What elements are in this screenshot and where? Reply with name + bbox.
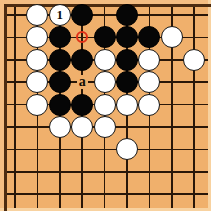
board-intersection bbox=[183, 71, 205, 93]
board-intersection bbox=[183, 93, 205, 115]
board-intersection bbox=[138, 116, 160, 138]
board-intersection: 1 bbox=[49, 4, 71, 26]
white-stone bbox=[138, 94, 160, 116]
board-intersection bbox=[138, 183, 160, 205]
board-intersection bbox=[183, 26, 205, 48]
board-intersection bbox=[93, 138, 115, 160]
white-stone bbox=[49, 116, 71, 138]
board-intersection bbox=[26, 71, 48, 93]
board-intersection bbox=[4, 161, 26, 183]
board-intersection bbox=[161, 161, 183, 183]
board-intersection bbox=[93, 93, 115, 115]
board-intersection bbox=[183, 49, 205, 71]
board-intersection bbox=[183, 4, 205, 26]
board-intersection bbox=[71, 138, 93, 160]
board-intersection bbox=[161, 4, 183, 26]
board-intersection bbox=[49, 93, 71, 115]
board-intersection bbox=[138, 93, 160, 115]
board-intersection bbox=[138, 4, 160, 26]
board-intersection bbox=[116, 71, 138, 93]
board-intersection bbox=[4, 138, 26, 160]
board-intersection bbox=[4, 71, 26, 93]
white-stone bbox=[71, 116, 93, 138]
board-intersection bbox=[71, 183, 93, 205]
point-label-a: a bbox=[77, 75, 88, 89]
board-intersection bbox=[4, 26, 26, 48]
white-stone bbox=[26, 94, 48, 116]
board-intersection bbox=[93, 116, 115, 138]
white-stone bbox=[94, 116, 116, 138]
board-intersection bbox=[138, 161, 160, 183]
board-intersection bbox=[138, 138, 160, 160]
board-intersection bbox=[26, 4, 48, 26]
board-intersection bbox=[138, 26, 160, 48]
board-intersection bbox=[116, 161, 138, 183]
board-intersection: a bbox=[71, 71, 93, 93]
board-intersection bbox=[26, 93, 48, 115]
black-stone bbox=[116, 4, 138, 26]
board-intersection bbox=[71, 161, 93, 183]
white-stone bbox=[26, 4, 48, 26]
white-stone bbox=[94, 94, 116, 116]
board-intersection bbox=[183, 116, 205, 138]
red-circle-marker-icon bbox=[76, 31, 88, 43]
board-intersection bbox=[93, 49, 115, 71]
go-diagram: 1a bbox=[0, 0, 211, 211]
board-intersection bbox=[161, 138, 183, 160]
white-stone bbox=[94, 71, 116, 93]
black-stone bbox=[71, 94, 93, 116]
board-intersection bbox=[49, 161, 71, 183]
board-intersection bbox=[116, 49, 138, 71]
board-intersection bbox=[49, 116, 71, 138]
board-intersection bbox=[4, 93, 26, 115]
board-intersection bbox=[49, 71, 71, 93]
black-stone bbox=[49, 26, 71, 48]
board-intersection bbox=[161, 49, 183, 71]
black-stone bbox=[71, 4, 93, 26]
white-stone bbox=[183, 49, 205, 71]
board-intersection bbox=[161, 93, 183, 115]
board-intersection bbox=[93, 161, 115, 183]
white-stone bbox=[26, 49, 48, 71]
crop-edge-right bbox=[208, 0, 211, 211]
board-intersection bbox=[71, 4, 93, 26]
board-intersection bbox=[93, 26, 115, 48]
board-intersection bbox=[71, 49, 93, 71]
white-stone bbox=[138, 49, 160, 71]
board-intersection bbox=[4, 49, 26, 71]
move-number-label: 1 bbox=[57, 8, 64, 21]
board-intersection bbox=[49, 26, 71, 48]
board-intersection bbox=[26, 183, 48, 205]
white-stone bbox=[138, 71, 160, 93]
board-intersection bbox=[71, 26, 93, 48]
board-intersection bbox=[4, 183, 26, 205]
black-stone bbox=[94, 26, 116, 48]
black-stone bbox=[49, 71, 71, 93]
board-intersection bbox=[161, 26, 183, 48]
board-intersection bbox=[183, 183, 205, 205]
black-stone bbox=[116, 71, 138, 93]
black-stone bbox=[71, 49, 93, 71]
board-intersection bbox=[26, 49, 48, 71]
board-intersection bbox=[138, 71, 160, 93]
white-stone bbox=[26, 71, 48, 93]
board-intersection bbox=[49, 138, 71, 160]
board-intersection bbox=[26, 161, 48, 183]
board-intersection bbox=[93, 71, 115, 93]
board-intersection bbox=[49, 49, 71, 71]
board-intersection bbox=[161, 116, 183, 138]
white-stone: 1 bbox=[49, 4, 71, 26]
white-stone bbox=[116, 94, 138, 116]
board-intersection bbox=[71, 93, 93, 115]
board-intersection bbox=[93, 4, 115, 26]
board-intersection bbox=[161, 183, 183, 205]
black-stone bbox=[138, 26, 160, 48]
white-stone bbox=[161, 26, 183, 48]
board-intersection bbox=[138, 49, 160, 71]
board-intersection bbox=[183, 161, 205, 183]
board-intersection bbox=[71, 116, 93, 138]
black-stone bbox=[116, 49, 138, 71]
board-intersection bbox=[26, 116, 48, 138]
stone-grid: 1a bbox=[4, 4, 206, 206]
white-stone bbox=[26, 26, 48, 48]
board-intersection bbox=[93, 183, 115, 205]
crop-edge-bottom bbox=[0, 208, 211, 211]
white-stone bbox=[94, 49, 116, 71]
black-stone bbox=[116, 26, 138, 48]
board-intersection bbox=[116, 26, 138, 48]
black-stone bbox=[49, 94, 71, 116]
white-stone bbox=[116, 138, 138, 160]
board-intersection bbox=[161, 71, 183, 93]
board-intersection bbox=[116, 4, 138, 26]
board-intersection bbox=[4, 116, 26, 138]
board-intersection bbox=[49, 183, 71, 205]
board-intersection bbox=[116, 138, 138, 160]
board-intersection bbox=[116, 183, 138, 205]
board-intersection bbox=[183, 138, 205, 160]
board-intersection bbox=[26, 26, 48, 48]
board-intersection bbox=[116, 93, 138, 115]
board-intersection bbox=[116, 116, 138, 138]
board-intersection bbox=[26, 138, 48, 160]
black-stone bbox=[49, 49, 71, 71]
board-intersection bbox=[4, 4, 26, 26]
